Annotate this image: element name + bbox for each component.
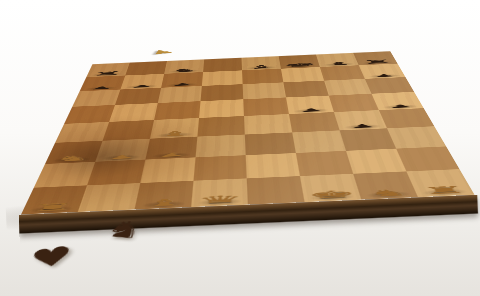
- square-d2: [193, 155, 246, 181]
- square-a1: [21, 185, 87, 214]
- square-d1: [191, 178, 248, 207]
- chess-board: ♜♞♝♚♝♜♟♟♟♟♟♟♝♟♞♟♟♜♝♛♚♞♜ ♟♥♞: [21, 51, 475, 214]
- square-c4: [150, 118, 199, 139]
- square-d5: [199, 99, 244, 118]
- square-h3: [387, 126, 446, 148]
- square-e4: [244, 114, 292, 134]
- square-h1: [406, 169, 474, 197]
- square-e1: [247, 176, 305, 205]
- square-f1: [300, 174, 361, 202]
- square-e3: [245, 132, 296, 155]
- square-d4: [197, 116, 244, 137]
- board-grid: [21, 51, 475, 214]
- square-c5: [154, 101, 200, 120]
- square-f4: [289, 112, 340, 132]
- captured-white-pawn: ♟: [151, 49, 176, 55]
- square-c3: [145, 137, 197, 160]
- square-c1: [134, 181, 193, 210]
- square-h5: [372, 92, 424, 110]
- square-h4: [379, 108, 435, 128]
- square-a4: [55, 122, 109, 143]
- square-b3: [95, 139, 150, 162]
- square-g4: [334, 110, 387, 130]
- square-b2: [87, 160, 145, 186]
- captured-black-queen-heart: ♥: [29, 242, 73, 274]
- square-b1: [78, 183, 141, 212]
- square-f2: [296, 151, 353, 176]
- square-g5: [329, 94, 379, 112]
- square-g3: [340, 128, 397, 150]
- square-g1: [353, 171, 418, 199]
- square-a3: [45, 141, 102, 164]
- table-background: ♜♞♝♚♝♜♟♟♟♟♟♟♝♟♞♟♟♜♝♛♚♞♜ ♟♥♞: [0, 0, 480, 296]
- square-g2: [346, 149, 406, 174]
- square-d3: [196, 135, 246, 158]
- square-f3: [292, 130, 346, 153]
- square-e5: [243, 97, 289, 116]
- square-c2: [140, 157, 195, 183]
- chess-board-scene: ♜♞♝♚♝♜♟♟♟♟♟♟♝♟♞♟♟♜♝♛♚♞♜ ♟♥♞: [56, 0, 431, 296]
- square-b4: [103, 120, 155, 141]
- square-e2: [246, 153, 300, 178]
- square-a2: [34, 162, 95, 188]
- square-h2: [396, 146, 459, 171]
- square-f5: [286, 96, 334, 114]
